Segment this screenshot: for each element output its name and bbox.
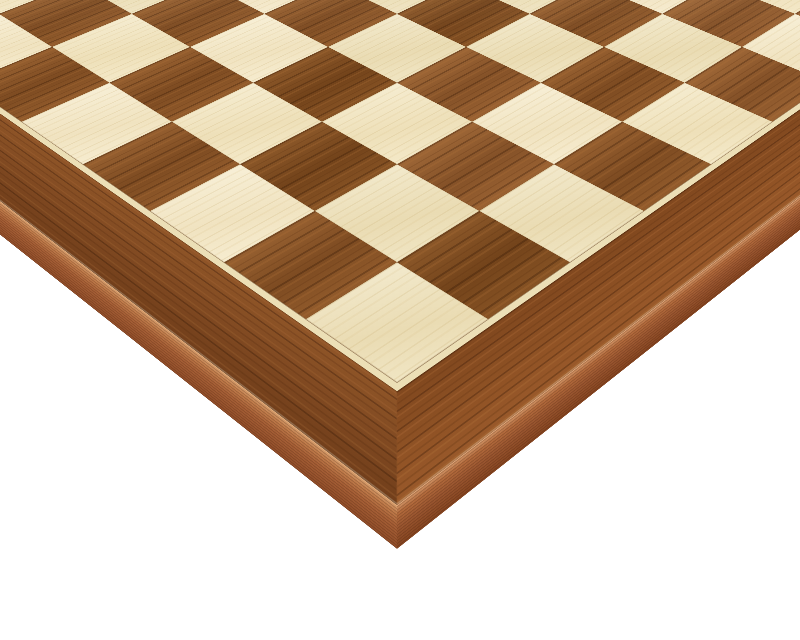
photo-background [0, 0, 800, 640]
chess-board [0, 0, 800, 505]
perspective-viewport [0, 0, 800, 640]
